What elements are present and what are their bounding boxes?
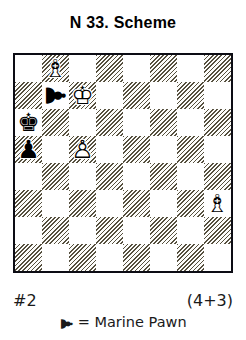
square-h1 [204,244,231,271]
square-c1 [69,244,96,271]
black-piece-glyph: ♟ [42,82,69,109]
square-e1 [123,244,150,271]
square-f3 [150,190,177,217]
square-e7 [123,82,150,109]
square-b6 [42,109,69,136]
square-f8 [150,55,177,82]
square-d2 [96,217,123,244]
square-e4 [123,163,150,190]
square-h7 [204,82,231,109]
white-king-c7: ♚♔ [69,82,96,109]
black-piece-glyph: ♚ [15,109,42,136]
square-a4 [15,163,42,190]
square-d3 [96,190,123,217]
square-g7 [177,82,204,109]
square-g4 [177,163,204,190]
square-c6 [69,109,96,136]
square-f5 [150,136,177,163]
square-h4 [204,163,231,190]
square-c2 [69,217,96,244]
square-f6 [150,109,177,136]
square-g5 [177,136,204,163]
square-g8 [177,55,204,82]
white-pawn-c5: ♟♙ [69,136,96,163]
square-f1 [150,244,177,271]
square-a1 [15,244,42,271]
square-a6: ♚ [15,109,42,136]
white-bishop-h3: ♝♗ [204,190,231,217]
square-f2 [150,217,177,244]
white-piece-outline: ♗ [42,55,69,82]
stipulation-row: #2 (4+3) [13,291,233,310]
square-c5: ♟♙ [69,136,96,163]
square-b2 [42,217,69,244]
square-c4 [69,163,96,190]
square-a8 [15,55,42,82]
square-a5: ♟ [15,136,42,163]
square-h6 [204,109,231,136]
square-d6 [96,109,123,136]
square-h5 [204,136,231,163]
white-piece-outline: ♔ [69,82,96,109]
square-d7 [96,82,123,109]
fairy-piece-legend: ♟= Marine Pawn [0,312,246,334]
square-c8 [69,55,96,82]
white-piece-outline: ♙ [69,136,96,163]
square-e8 [123,55,150,82]
square-b1 [42,244,69,271]
problem-title: N 33. Scheme [0,13,246,33]
square-h2 [204,217,231,244]
square-b5 [42,136,69,163]
material-count-label: (4+3) [187,291,233,310]
chess-board: ♝♗♟♚♔♚♟♟♙♝♗ [13,53,233,273]
legend-text: = Marine Pawn [78,314,187,330]
black-piece-glyph: ♟ [15,136,42,163]
square-h8 [204,55,231,82]
square-e5 [123,136,150,163]
square-d5 [96,136,123,163]
square-d1 [96,244,123,271]
square-c3 [69,190,96,217]
square-g2 [177,217,204,244]
marine-pawn-icon: ♟ [57,317,77,331]
square-e6 [123,109,150,136]
problem-diagram-page: N 33. Scheme ♝♗♟♚♔♚♟♟♙♝♗ #2 (4+3) ♟= Mar… [0,0,246,340]
marine-pawn-b7: ♟ [42,82,69,109]
square-b8: ♝♗ [42,55,69,82]
white-bishop-b8: ♝♗ [42,55,69,82]
square-a3 [15,190,42,217]
square-g1 [177,244,204,271]
square-b4 [42,163,69,190]
square-h3: ♝♗ [204,190,231,217]
square-a2 [15,217,42,244]
black-pawn-a5: ♟ [15,136,42,163]
square-g3 [177,190,204,217]
square-f7 [150,82,177,109]
square-b7: ♟ [42,82,69,109]
white-piece-outline: ♗ [204,190,231,217]
square-d8 [96,55,123,82]
square-c7: ♚♔ [69,82,96,109]
square-b3 [42,190,69,217]
square-e2 [123,217,150,244]
square-f4 [150,163,177,190]
square-e3 [123,190,150,217]
square-a7 [15,82,42,109]
stipulation-label: #2 [13,291,37,310]
square-g6 [177,109,204,136]
black-king-a6: ♚ [15,109,42,136]
square-d4 [96,163,123,190]
